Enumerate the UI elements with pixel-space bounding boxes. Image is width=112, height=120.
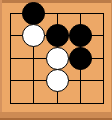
grid-line-horizontal-4	[10, 103, 104, 104]
white-stone	[22, 24, 45, 47]
white-stone	[46, 47, 69, 70]
black-stone	[46, 24, 69, 47]
board-frame-bottom-edge	[0, 118, 112, 120]
board-frame-right	[111, 0, 112, 120]
black-stone	[69, 47, 92, 70]
black-stone	[22, 2, 45, 25]
go-board-diagram	[0, 0, 112, 120]
black-stone	[69, 24, 92, 47]
board-frame-top	[0, 0, 112, 3]
white-stone	[46, 69, 69, 92]
board-frame-left	[0, 0, 2, 120]
